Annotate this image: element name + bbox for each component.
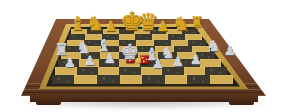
chess-set-photo: ♝♞♟♚♛♟♞♜♜♞♝♞♟♟♟♟♚♝♞♟♟♟ [0,0,290,112]
square-h1[interactable] [210,75,233,84]
square-a1[interactable] [52,75,75,84]
square-d1[interactable] [120,75,143,84]
piece-silver-pawn-e2[interactable]: ♟ [152,57,164,70]
square-h3[interactable] [200,59,220,67]
piece-silver-pawn-c3[interactable]: ♟ [104,52,116,65]
piece-silver-pawn-a2[interactable]: ♟ [64,56,76,69]
square-b1[interactable] [74,75,97,84]
piece-silver-pawn-g3[interactable]: ♟ [190,53,202,66]
piece-gold-bishop-a8[interactable]: ♝ [69,14,86,33]
piece-silver-pawn-f2[interactable]: ♟ [172,55,184,68]
piece-gold-knight-b8[interactable]: ♞ [86,13,104,33]
square-c2[interactable] [98,67,119,75]
piece-gold-rook-h8[interactable]: ♜ [190,15,203,30]
square-e1[interactable] [142,75,165,84]
board-row-rank-2 [55,67,226,75]
piece-gold-pawn-f8[interactable]: ♟ [157,19,170,33]
piece-silver-pawn-b2[interactable]: ♟ [84,54,96,67]
square-d2[interactable] [119,67,140,75]
piece-gold-knight-g8[interactable]: ♞ [172,14,189,33]
board-row-rank-1 [52,75,233,84]
square-b2[interactable] [77,67,98,75]
piece-gold-queen-e8[interactable]: ♛ [137,10,159,34]
square-h2[interactable] [205,67,226,75]
square-g2[interactable] [184,67,205,75]
piece-silver-pawn-h3[interactable]: ♟ [224,44,236,57]
piece-gold-pawn-c8[interactable]: ♟ [105,19,118,33]
square-g1[interactable] [187,75,210,84]
piece-silver-king-d3[interactable]: ♚ [121,42,140,63]
square-f1[interactable] [165,75,188,84]
square-c1[interactable] [97,75,120,84]
piece-silver-knight-h4[interactable]: ♞ [207,39,220,54]
